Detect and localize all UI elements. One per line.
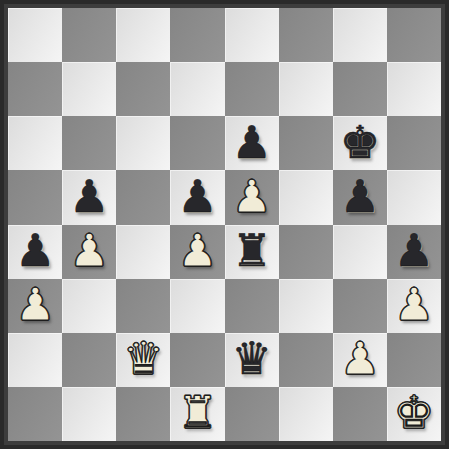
chess-board: ♟♚♟♟♟♟♟♟♟♜♟♟♟♛♛♟♜♚ <box>8 8 441 441</box>
square-f2[interactable] <box>279 333 333 387</box>
black-rook-e4[interactable]: ♜ <box>231 228 271 273</box>
square-d1[interactable]: ♜ <box>170 387 224 441</box>
square-f4[interactable] <box>279 225 333 279</box>
square-e5[interactable]: ♟ <box>225 170 279 224</box>
square-f3[interactable] <box>279 279 333 333</box>
square-c3[interactable] <box>116 279 170 333</box>
square-b5[interactable]: ♟ <box>62 170 116 224</box>
square-d7[interactable] <box>170 62 224 116</box>
square-e8[interactable] <box>225 8 279 62</box>
black-pawn-b5[interactable]: ♟ <box>69 174 109 219</box>
square-h1[interactable]: ♚ <box>387 387 441 441</box>
square-d2[interactable] <box>170 333 224 387</box>
square-e7[interactable] <box>225 62 279 116</box>
square-c4[interactable] <box>116 225 170 279</box>
white-queen-c2[interactable]: ♛ <box>123 336 163 381</box>
black-king-g6[interactable]: ♚ <box>340 120 380 165</box>
square-c5[interactable] <box>116 170 170 224</box>
square-e6[interactable]: ♟ <box>225 116 279 170</box>
square-g5[interactable]: ♟ <box>333 170 387 224</box>
black-pawn-g5[interactable]: ♟ <box>340 174 380 219</box>
board-frame: ♟♚♟♟♟♟♟♟♟♜♟♟♟♛♛♟♜♚ <box>0 0 449 449</box>
white-pawn-e5[interactable]: ♟ <box>231 174 271 219</box>
square-c1[interactable] <box>116 387 170 441</box>
square-g4[interactable] <box>333 225 387 279</box>
square-a2[interactable] <box>8 333 62 387</box>
square-a6[interactable] <box>8 116 62 170</box>
square-h8[interactable] <box>387 8 441 62</box>
square-h2[interactable] <box>387 333 441 387</box>
square-f5[interactable] <box>279 170 333 224</box>
square-b4[interactable]: ♟ <box>62 225 116 279</box>
square-h6[interactable] <box>387 116 441 170</box>
square-g8[interactable] <box>333 8 387 62</box>
square-h5[interactable] <box>387 170 441 224</box>
white-pawn-b4[interactable]: ♟ <box>69 228 109 273</box>
square-e1[interactable] <box>225 387 279 441</box>
black-queen-e2[interactable]: ♛ <box>231 336 271 381</box>
square-a7[interactable] <box>8 62 62 116</box>
square-g3[interactable] <box>333 279 387 333</box>
square-e3[interactable] <box>225 279 279 333</box>
square-h3[interactable]: ♟ <box>387 279 441 333</box>
white-rook-d1[interactable]: ♜ <box>177 390 217 435</box>
square-b2[interactable] <box>62 333 116 387</box>
black-pawn-d5[interactable]: ♟ <box>177 174 217 219</box>
black-pawn-e6[interactable]: ♟ <box>231 120 271 165</box>
square-g6[interactable]: ♚ <box>333 116 387 170</box>
square-h4[interactable]: ♟ <box>387 225 441 279</box>
square-f8[interactable] <box>279 8 333 62</box>
square-b8[interactable] <box>62 8 116 62</box>
square-b7[interactable] <box>62 62 116 116</box>
square-b1[interactable] <box>62 387 116 441</box>
square-a1[interactable] <box>8 387 62 441</box>
square-g7[interactable] <box>333 62 387 116</box>
black-pawn-h4[interactable]: ♟ <box>394 228 434 273</box>
square-f7[interactable] <box>279 62 333 116</box>
square-f6[interactable] <box>279 116 333 170</box>
square-g2[interactable]: ♟ <box>333 333 387 387</box>
white-pawn-a3[interactable]: ♟ <box>15 282 55 327</box>
square-c6[interactable] <box>116 116 170 170</box>
square-h7[interactable] <box>387 62 441 116</box>
square-a4[interactable]: ♟ <box>8 225 62 279</box>
white-king-h1[interactable]: ♚ <box>394 390 434 435</box>
square-d4[interactable]: ♟ <box>170 225 224 279</box>
square-c2[interactable]: ♛ <box>116 333 170 387</box>
white-pawn-g2[interactable]: ♟ <box>340 336 380 381</box>
square-f1[interactable] <box>279 387 333 441</box>
square-d8[interactable] <box>170 8 224 62</box>
square-d5[interactable]: ♟ <box>170 170 224 224</box>
square-e2[interactable]: ♛ <box>225 333 279 387</box>
square-a5[interactable] <box>8 170 62 224</box>
square-g1[interactable] <box>333 387 387 441</box>
white-pawn-d4[interactable]: ♟ <box>177 228 217 273</box>
square-c7[interactable] <box>116 62 170 116</box>
square-d6[interactable] <box>170 116 224 170</box>
square-d3[interactable] <box>170 279 224 333</box>
square-e4[interactable]: ♜ <box>225 225 279 279</box>
square-b6[interactable] <box>62 116 116 170</box>
square-c8[interactable] <box>116 8 170 62</box>
square-b3[interactable] <box>62 279 116 333</box>
square-a8[interactable] <box>8 8 62 62</box>
black-pawn-a4[interactable]: ♟ <box>15 228 55 273</box>
white-pawn-h3[interactable]: ♟ <box>394 282 434 327</box>
square-a3[interactable]: ♟ <box>8 279 62 333</box>
